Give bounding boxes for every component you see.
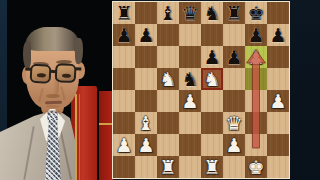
square-g6: ♟	[245, 46, 267, 68]
square-b6	[135, 46, 157, 68]
square-c4	[157, 90, 179, 112]
square-h7: ♟	[267, 24, 289, 46]
piece-white-pawn: ♟	[113, 134, 135, 156]
piece-black-pawn: ♟	[201, 46, 223, 68]
square-f3: ♛	[223, 112, 245, 134]
glasses-bridge	[50, 70, 56, 73]
lip-shadow	[46, 105, 60, 108]
piece-black-pawn: ♟	[113, 24, 135, 46]
piece-black-pawn: ♟	[267, 24, 289, 46]
square-f8: ♜	[223, 2, 245, 24]
square-f1	[223, 156, 245, 178]
square-b2: ♟	[135, 134, 157, 156]
square-e5: ♞	[201, 68, 223, 90]
piece-white-bishop: ♝	[135, 112, 157, 134]
board-grid: ♜♝♛♞♜♚♟♟♟♟♟♟♟♞♞♞♟♟♝♛♟♟♟♜♜♚	[113, 2, 289, 178]
square-h4: ♟	[267, 90, 289, 112]
piece-white-queen: ♛	[223, 112, 245, 134]
square-a6	[113, 46, 135, 68]
square-b1	[135, 156, 157, 178]
square-h8	[267, 2, 289, 24]
piece-black-rook: ♜	[113, 2, 135, 24]
square-c1: ♜	[157, 156, 179, 178]
square-d4: ♟	[179, 90, 201, 112]
piece-black-rook: ♜	[223, 2, 245, 24]
piece-white-rook: ♜	[201, 156, 223, 178]
square-g7: ♟	[245, 24, 267, 46]
square-d7	[179, 24, 201, 46]
piece-white-knight: ♞	[157, 68, 179, 90]
square-g8: ♚	[245, 2, 267, 24]
square-e7	[201, 24, 223, 46]
square-h1	[267, 156, 289, 178]
piece-white-pawn: ♟	[245, 46, 267, 68]
square-d8: ♛	[179, 2, 201, 24]
chair-gold-trim	[75, 94, 77, 180]
square-f4	[223, 90, 245, 112]
nose-shadow	[46, 94, 60, 98]
piece-white-pawn: ♟	[267, 90, 289, 112]
hair	[25, 27, 80, 51]
square-a1	[113, 156, 135, 178]
square-b3: ♝	[135, 112, 157, 134]
glasses	[28, 62, 78, 89]
glasses-arm	[75, 67, 81, 70]
square-c8: ♝	[157, 2, 179, 24]
square-g2	[245, 134, 267, 156]
square-b5	[135, 68, 157, 90]
square-f2: ♟	[223, 134, 245, 156]
square-e2	[201, 134, 223, 156]
square-d6	[179, 46, 201, 68]
chair-gold-trim	[79, 94, 80, 180]
square-h5	[267, 68, 289, 90]
chair-gold-trim	[99, 123, 113, 125]
square-c6	[157, 46, 179, 68]
square-b7: ♟	[135, 24, 157, 46]
square-f7	[223, 24, 245, 46]
square-g4	[245, 90, 267, 112]
piece-white-knight: ♞	[201, 68, 223, 90]
piece-black-bishop: ♝	[157, 2, 179, 24]
mouth	[45, 101, 62, 105]
piece-white-king: ♚	[245, 156, 267, 178]
eye	[62, 73, 71, 77]
square-f5	[223, 68, 245, 90]
piece-black-knight: ♞	[201, 2, 223, 24]
square-b4	[135, 90, 157, 112]
hair	[75, 38, 83, 64]
square-a8: ♜	[113, 2, 135, 24]
square-c5: ♞	[157, 68, 179, 90]
chess-board: ♜♝♛♞♜♚♟♟♟♟♟♟♟♞♞♞♟♟♝♛♟♟♟♜♜♚	[112, 1, 290, 179]
square-a4	[113, 90, 135, 112]
piece-white-pawn: ♟	[223, 134, 245, 156]
eye	[37, 73, 46, 77]
square-g3	[245, 112, 267, 134]
square-d1	[179, 156, 201, 178]
piece-black-queen: ♛	[179, 2, 201, 24]
square-a2: ♟	[113, 134, 135, 156]
piece-black-pawn: ♟	[223, 46, 245, 68]
square-h3	[267, 112, 289, 134]
square-e1: ♜	[201, 156, 223, 178]
square-g5	[245, 68, 267, 90]
glasses-arm	[25, 68, 31, 71]
square-d5: ♞	[179, 68, 201, 90]
piece-black-king: ♚	[245, 2, 267, 24]
square-c7	[157, 24, 179, 46]
piece-white-pawn: ♟	[135, 134, 157, 156]
square-c3	[157, 112, 179, 134]
square-a5	[113, 68, 135, 90]
square-b8	[135, 2, 157, 24]
piece-white-pawn: ♟	[179, 90, 201, 112]
red-chair-panel	[99, 91, 113, 180]
square-a3	[113, 112, 135, 134]
square-e6: ♟	[201, 46, 223, 68]
square-h6	[267, 46, 289, 68]
video-thumbnail: ♜♝♛♞♜♚♟♟♟♟♟♟♟♞♞♞♟♟♝♛♟♟♟♜♜♚	[0, 0, 320, 180]
square-h2	[267, 134, 289, 156]
square-d2	[179, 134, 201, 156]
player-photo	[0, 0, 113, 180]
square-d3	[179, 112, 201, 134]
piece-black-pawn: ♟	[245, 24, 267, 46]
piece-black-pawn: ♟	[135, 24, 157, 46]
square-c2	[157, 134, 179, 156]
piece-white-rook: ♜	[157, 156, 179, 178]
square-f6: ♟	[223, 46, 245, 68]
square-e3	[201, 112, 223, 134]
square-e8: ♞	[201, 2, 223, 24]
square-a7: ♟	[113, 24, 135, 46]
chin-crease	[46, 110, 60, 113]
piece-black-knight: ♞	[179, 68, 201, 90]
square-e4	[201, 90, 223, 112]
square-g1: ♚	[245, 156, 267, 178]
